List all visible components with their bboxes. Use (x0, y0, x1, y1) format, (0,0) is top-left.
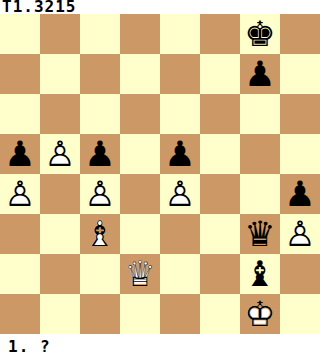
piece-outline: ♙ (160, 174, 200, 214)
black-queen-piece[interactable]: ♛ (240, 214, 280, 254)
move-prompt: 1. ? (0, 334, 320, 360)
piece-glyph: ♟ (80, 134, 120, 174)
square-g2[interactable]: ♝ (240, 254, 280, 294)
square-g7[interactable]: ♟ (240, 54, 280, 94)
white-bishop-piece[interactable]: ♝♗ (80, 214, 120, 254)
square-d3[interactable] (120, 214, 160, 254)
square-d8[interactable] (120, 14, 160, 54)
square-b6[interactable] (40, 94, 80, 134)
square-c7[interactable] (80, 54, 120, 94)
piece-outline: ♙ (80, 174, 120, 214)
square-g3[interactable]: ♛ (240, 214, 280, 254)
piece-glyph: ♟ (240, 54, 280, 94)
square-h6[interactable] (280, 94, 320, 134)
white-king-piece[interactable]: ♚♔ (240, 294, 280, 334)
piece-outline: ♙ (280, 214, 320, 254)
black-pawn-piece[interactable]: ♟ (160, 134, 200, 174)
square-b7[interactable] (40, 54, 80, 94)
black-pawn-piece[interactable]: ♟ (80, 134, 120, 174)
square-h2[interactable] (280, 254, 320, 294)
piece-glyph: ♟ (160, 134, 200, 174)
white-pawn-piece[interactable]: ♟♙ (0, 174, 40, 214)
square-f8[interactable] (200, 14, 240, 54)
piece-glyph: ♟ (0, 134, 40, 174)
square-b4[interactable] (40, 174, 80, 214)
square-d4[interactable] (120, 174, 160, 214)
square-b3[interactable] (40, 214, 80, 254)
black-pawn-piece[interactable]: ♟ (0, 134, 40, 174)
square-f3[interactable] (200, 214, 240, 254)
black-pawn-piece[interactable]: ♟ (240, 54, 280, 94)
square-f6[interactable] (200, 94, 240, 134)
puzzle-id: T1.3215 (0, 0, 320, 14)
square-h8[interactable] (280, 14, 320, 54)
square-a5[interactable]: ♟ (0, 134, 40, 174)
square-c2[interactable] (80, 254, 120, 294)
square-a1[interactable] (0, 294, 40, 334)
square-a8[interactable] (0, 14, 40, 54)
square-c5[interactable]: ♟ (80, 134, 120, 174)
square-c8[interactable] (80, 14, 120, 54)
square-g4[interactable] (240, 174, 280, 214)
black-king-piece[interactable]: ♚ (240, 14, 280, 54)
white-pawn-piece[interactable]: ♟♙ (280, 214, 320, 254)
piece-outline: ♙ (40, 134, 80, 174)
square-e2[interactable] (160, 254, 200, 294)
square-a4[interactable]: ♟♙ (0, 174, 40, 214)
square-g1[interactable]: ♚♔ (240, 294, 280, 334)
square-d5[interactable] (120, 134, 160, 174)
square-h1[interactable] (280, 294, 320, 334)
white-pawn-piece[interactable]: ♟♙ (80, 174, 120, 214)
square-b2[interactable] (40, 254, 80, 294)
white-pawn-piece[interactable]: ♟♙ (160, 174, 200, 214)
piece-outline: ♗ (80, 214, 120, 254)
square-e3[interactable] (160, 214, 200, 254)
piece-glyph: ♚ (240, 14, 280, 54)
white-queen-piece[interactable]: ♛♕ (120, 254, 160, 294)
square-e6[interactable] (160, 94, 200, 134)
square-c6[interactable] (80, 94, 120, 134)
square-g8[interactable]: ♚ (240, 14, 280, 54)
square-e1[interactable] (160, 294, 200, 334)
square-b1[interactable] (40, 294, 80, 334)
piece-outline: ♔ (240, 294, 280, 334)
chess-board: ♚♟♟♟♙♟♟♟♙♟♙♟♙♟♝♗♛♟♙♛♕♝♚♔ (0, 14, 320, 334)
square-a2[interactable] (0, 254, 40, 294)
square-c3[interactable]: ♝♗ (80, 214, 120, 254)
square-g6[interactable] (240, 94, 280, 134)
square-a6[interactable] (0, 94, 40, 134)
square-c4[interactable]: ♟♙ (80, 174, 120, 214)
square-e8[interactable] (160, 14, 200, 54)
square-d6[interactable] (120, 94, 160, 134)
piece-outline: ♕ (120, 254, 160, 294)
piece-outline: ♙ (0, 174, 40, 214)
square-h7[interactable] (280, 54, 320, 94)
square-f2[interactable] (200, 254, 240, 294)
square-e5[interactable]: ♟ (160, 134, 200, 174)
black-bishop-piece[interactable]: ♝ (240, 254, 280, 294)
piece-glyph: ♛ (240, 214, 280, 254)
square-f1[interactable] (200, 294, 240, 334)
square-e7[interactable] (160, 54, 200, 94)
white-pawn-piece[interactable]: ♟♙ (40, 134, 80, 174)
black-pawn-piece[interactable]: ♟ (280, 174, 320, 214)
square-d1[interactable] (120, 294, 160, 334)
square-c1[interactable] (80, 294, 120, 334)
square-a3[interactable] (0, 214, 40, 254)
piece-glyph: ♝ (240, 254, 280, 294)
piece-glyph: ♟ (280, 174, 320, 214)
square-f5[interactable] (200, 134, 240, 174)
square-d7[interactable] (120, 54, 160, 94)
square-b8[interactable] (40, 14, 80, 54)
square-g5[interactable] (240, 134, 280, 174)
square-f7[interactable] (200, 54, 240, 94)
square-f4[interactable] (200, 174, 240, 214)
square-a7[interactable] (0, 54, 40, 94)
square-e4[interactable]: ♟♙ (160, 174, 200, 214)
square-h4[interactable]: ♟ (280, 174, 320, 214)
square-b5[interactable]: ♟♙ (40, 134, 80, 174)
square-h3[interactable]: ♟♙ (280, 214, 320, 254)
square-d2[interactable]: ♛♕ (120, 254, 160, 294)
square-h5[interactable] (280, 134, 320, 174)
